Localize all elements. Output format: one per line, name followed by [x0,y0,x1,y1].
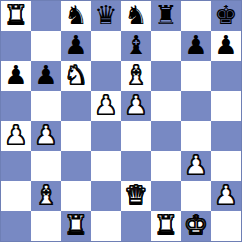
square-d1[interactable] [91,211,121,241]
square-h1[interactable] [211,211,241,241]
square-e6[interactable]: ♝ [121,61,151,91]
square-d7[interactable] [91,31,121,61]
square-d3[interactable] [91,151,121,181]
square-a7[interactable] [1,31,31,61]
square-b2[interactable]: ♝ [31,181,61,211]
black-pawn: ♟ [64,32,87,58]
square-h2[interactable]: ♟ [211,181,241,211]
square-c4[interactable] [61,121,91,151]
square-a6[interactable]: ♟ [1,61,31,91]
square-c5[interactable] [61,91,91,121]
square-h5[interactable] [211,91,241,121]
square-g2[interactable] [181,181,211,211]
square-f3[interactable] [151,151,181,181]
square-g8[interactable] [181,1,211,31]
square-c3[interactable] [61,151,91,181]
square-a1[interactable] [1,211,31,241]
white-pawn: ♟ [4,122,27,148]
square-a5[interactable] [1,91,31,121]
square-f5[interactable] [151,91,181,121]
white-rook: ♜ [4,2,27,28]
black-pawn: ♟ [214,32,237,58]
black-knight: ♞ [124,2,147,28]
white-pawn: ♟ [124,92,147,118]
black-knight: ♞ [64,2,87,28]
white-pawn: ♟ [214,182,237,208]
white-pawn: ♟ [94,92,117,118]
square-c2[interactable] [61,181,91,211]
square-b3[interactable] [31,151,61,181]
black-pawn: ♟ [184,32,207,58]
square-d5[interactable]: ♟ [91,91,121,121]
square-f7[interactable] [151,31,181,61]
square-h8[interactable]: ♚ [211,1,241,31]
black-rook: ♜ [154,2,177,28]
black-pawn: ♟ [34,62,57,88]
white-pawn: ♟ [34,122,57,148]
white-knight: ♞ [64,62,87,88]
square-h4[interactable] [211,121,241,151]
square-a3[interactable] [1,151,31,181]
white-pawn: ♟ [184,152,207,178]
white-rook: ♜ [154,212,177,238]
square-g6[interactable] [181,61,211,91]
square-b6[interactable]: ♟ [31,61,61,91]
square-f1[interactable]: ♜ [151,211,181,241]
white-bishop: ♝ [124,62,147,88]
white-rook: ♜ [64,212,87,238]
square-b8[interactable] [31,1,61,31]
square-h3[interactable] [211,151,241,181]
square-b7[interactable] [31,31,61,61]
white-bishop: ♝ [34,182,57,208]
square-e3[interactable] [121,151,151,181]
black-queen: ♛ [94,2,117,28]
black-pawn: ♟ [4,62,27,88]
square-c6[interactable]: ♞ [61,61,91,91]
square-g3[interactable]: ♟ [181,151,211,181]
square-d6[interactable] [91,61,121,91]
white-king: ♚ [184,212,207,238]
square-f2[interactable] [151,181,181,211]
square-f6[interactable] [151,61,181,91]
square-f8[interactable]: ♜ [151,1,181,31]
square-a4[interactable]: ♟ [1,121,31,151]
square-c1[interactable]: ♜ [61,211,91,241]
square-a2[interactable] [1,181,31,211]
square-d2[interactable] [91,181,121,211]
square-e4[interactable] [121,121,151,151]
square-g7[interactable]: ♟ [181,31,211,61]
black-bishop: ♝ [124,32,147,58]
square-c7[interactable]: ♟ [61,31,91,61]
square-g5[interactable] [181,91,211,121]
square-g1[interactable]: ♚ [181,211,211,241]
square-h6[interactable] [211,61,241,91]
square-e5[interactable]: ♟ [121,91,151,121]
square-e1[interactable] [121,211,151,241]
square-f4[interactable] [151,121,181,151]
square-e7[interactable]: ♝ [121,31,151,61]
square-h7[interactable]: ♟ [211,31,241,61]
white-queen: ♛ [124,182,147,208]
square-a8[interactable]: ♜ [1,1,31,31]
square-b5[interactable] [31,91,61,121]
black-king: ♚ [214,2,237,28]
square-e2[interactable]: ♛ [121,181,151,211]
square-b4[interactable]: ♟ [31,121,61,151]
square-c8[interactable]: ♞ [61,1,91,31]
square-d4[interactable] [91,121,121,151]
square-b1[interactable] [31,211,61,241]
chess-board: ♜♞♛♞♜♚♟♝♟♟♟♟♞♝♟♟♟♟♟♝♛♟♜♜♚ [0,0,242,242]
square-d8[interactable]: ♛ [91,1,121,31]
square-e8[interactable]: ♞ [121,1,151,31]
square-g4[interactable] [181,121,211,151]
